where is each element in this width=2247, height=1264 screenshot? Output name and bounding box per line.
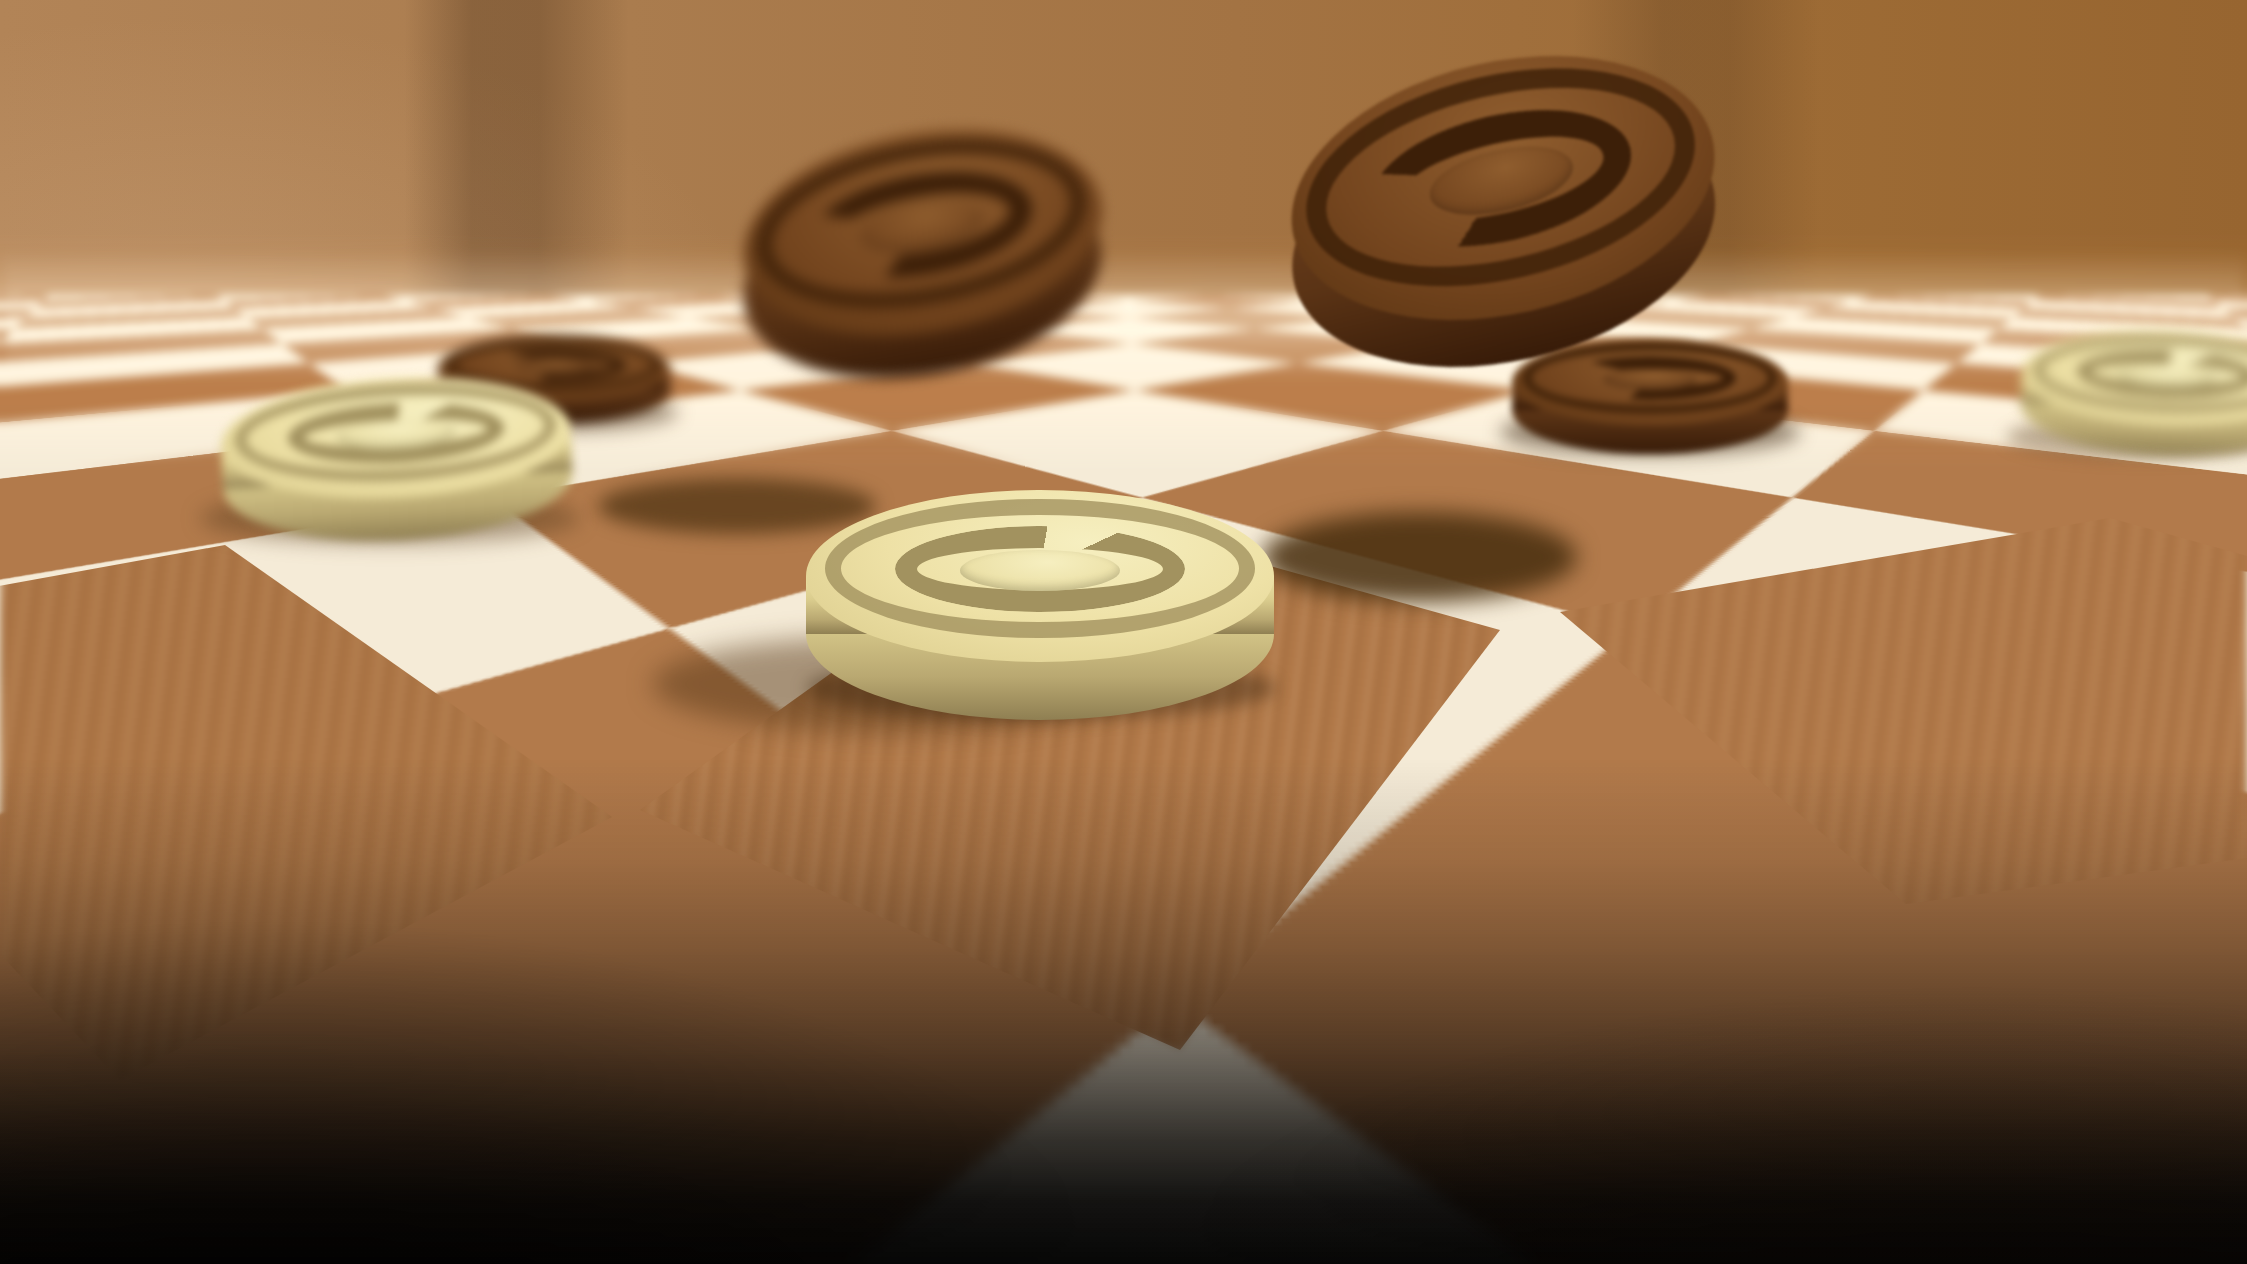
- piece-light-center-top-face: [806, 490, 1274, 662]
- near-depth-blur: [0, 1010, 2247, 1264]
- piece-light-center[interactable]: [800, 486, 1278, 726]
- piece-dark-back-right-center-disc: [1603, 369, 1697, 390]
- shadow-falling-right: [1262, 512, 1577, 602]
- checkers-scene: [0, 0, 2247, 1264]
- piece-light-left[interactable]: [212, 365, 583, 560]
- piece-light-center-center-disc: [960, 550, 1119, 591]
- piece-light-right-edge[interactable]: [2014, 321, 2247, 471]
